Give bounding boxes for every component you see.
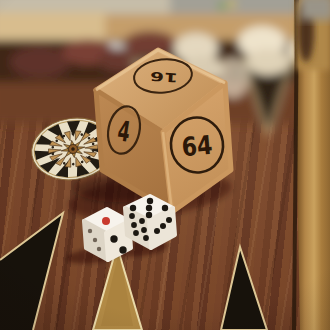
cube-top-value: 16 — [150, 69, 179, 85]
blurred-highlight — [228, 0, 236, 8]
right-rail — [294, 0, 330, 330]
point-dark-left — [0, 213, 63, 330]
blurred-checker-brown — [10, 46, 70, 78]
left-die-pip-red-1 — [102, 217, 110, 225]
right-die[interactable] — [125, 196, 175, 248]
blurred-checker-brown — [124, 31, 176, 55]
point-dark-right — [221, 247, 267, 330]
board-overlay: 16 4 64 — [0, 0, 330, 330]
backgammon-board-photo: 16 4 64 — [0, 0, 330, 330]
blurred-checker-cream — [246, 49, 290, 75]
blurred-far-rail — [0, 12, 105, 42]
rail-top-haze — [300, 0, 330, 20]
cube-front-value: 64 — [180, 130, 213, 163]
blurred-highlight — [217, 1, 227, 11]
